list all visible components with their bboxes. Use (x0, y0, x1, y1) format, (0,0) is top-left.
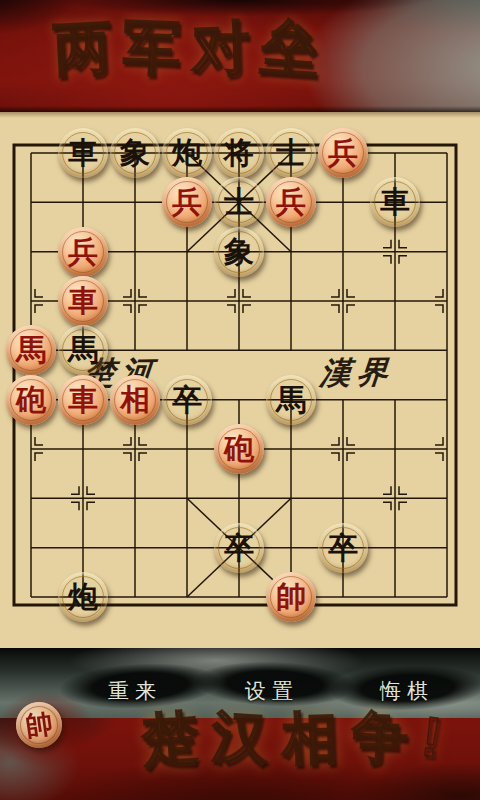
piece-black-chariot[interactable]: 車 (370, 177, 420, 227)
piece-black-chariot[interactable]: 車 (58, 128, 108, 178)
piece-red-cannon[interactable]: 砲 (214, 424, 264, 474)
piece-red-soldier[interactable]: 兵 (318, 128, 368, 178)
top-banner: 两军对垒 (0, 0, 480, 112)
piece-black-soldier[interactable]: 卒 (318, 523, 368, 573)
piece-black-general[interactable]: 将 (214, 128, 264, 178)
piece-black-elephant[interactable]: 象 (110, 128, 160, 178)
piece-black-horse[interactable]: 馬 (266, 375, 316, 425)
piece-black-elephant[interactable]: 象 (214, 227, 264, 277)
piece-black-advisor[interactable]: 士 (214, 177, 264, 227)
restart-button[interactable]: 重来 (90, 676, 180, 706)
piece-black-horse[interactable]: 馬 (58, 325, 108, 375)
piece-red-general[interactable]: 帥 (266, 572, 316, 622)
settings-button[interactable]: 设置 (227, 676, 317, 706)
xiangqi-board[interactable]: 楚河 漢界 車象炮将士兵兵士兵車兵象車馬馬砲車相卒馬砲卒卒炮帥 (0, 112, 480, 648)
piece-red-soldier[interactable]: 兵 (58, 227, 108, 277)
piece-red-horse[interactable]: 馬 (6, 325, 56, 375)
piece-black-advisor[interactable]: 士 (266, 128, 316, 178)
piece-black-soldier[interactable]: 卒 (162, 375, 212, 425)
piece-red-chariot[interactable]: 車 (58, 375, 108, 425)
bottom-title: 楚汉相争! (142, 704, 455, 771)
river-label-right: 漢界 (318, 351, 396, 394)
piece-black-cannon[interactable]: 炮 (58, 572, 108, 622)
page-title: 两军对垒 (54, 18, 354, 79)
piece-red-soldier[interactable]: 兵 (162, 177, 212, 227)
undo-button[interactable]: 悔棋 (362, 676, 452, 706)
piece-red-elephant[interactable]: 相 (110, 375, 160, 425)
piece-red-cannon[interactable]: 砲 (6, 375, 56, 425)
piece-red-chariot[interactable]: 車 (58, 276, 108, 326)
piece-red-soldier[interactable]: 兵 (266, 177, 316, 227)
app-screen: 两军对垒 楚河 漢界 車象炮将士兵兵士兵車兵象車馬馬砲車相卒馬砲卒卒炮帥 重来 … (0, 0, 480, 800)
piece-black-soldier[interactable]: 卒 (214, 523, 264, 573)
piece-black-cannon[interactable]: 炮 (162, 128, 212, 178)
